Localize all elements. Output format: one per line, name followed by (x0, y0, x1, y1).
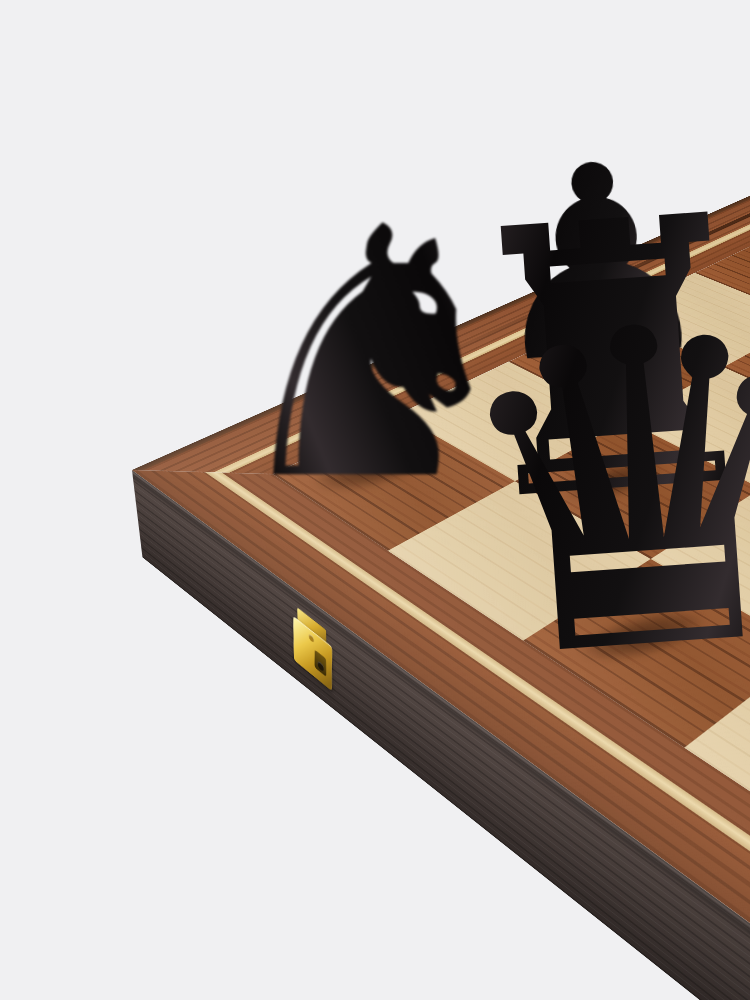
brass-clasp (293, 604, 332, 691)
product-photo-stage: ♞ ♟ ♜ ♛ (0, 0, 750, 1000)
chess-board-box (132, 110, 750, 1000)
scene-3d (0, 0, 750, 1000)
